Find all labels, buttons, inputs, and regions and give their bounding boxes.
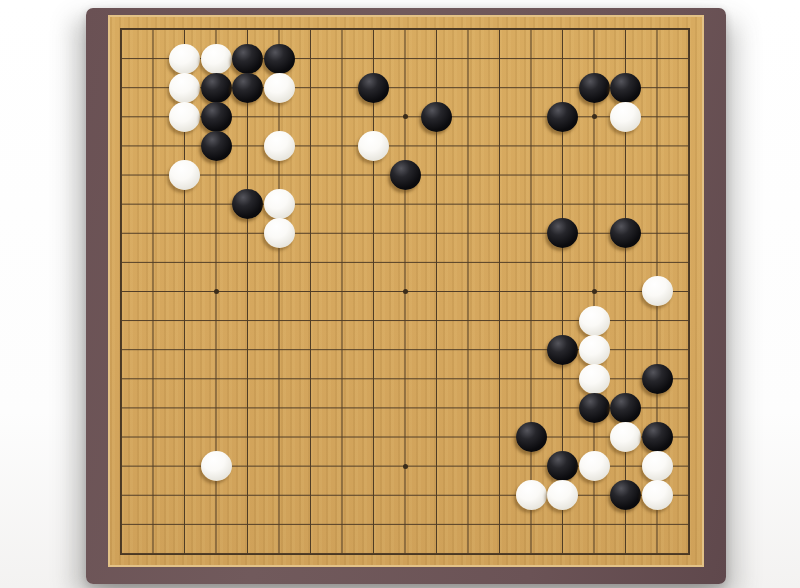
stone-black[interactable]	[232, 44, 263, 74]
star-point	[403, 464, 408, 469]
star-point	[214, 289, 219, 294]
stone-black[interactable]	[201, 131, 232, 161]
stone-white[interactable]	[579, 451, 610, 481]
stone-black[interactable]	[642, 422, 673, 452]
stone-white[interactable]	[642, 480, 673, 510]
stone-black[interactable]	[516, 422, 547, 452]
stone-white[interactable]	[264, 189, 295, 219]
stone-white[interactable]	[201, 451, 232, 481]
stone-white[interactable]	[169, 102, 200, 132]
stone-black[interactable]	[421, 102, 452, 132]
stone-black[interactable]	[358, 73, 389, 103]
star-point	[403, 289, 408, 294]
stone-white[interactable]	[579, 306, 610, 336]
stone-black[interactable]	[547, 451, 578, 481]
stone-black[interactable]	[610, 218, 641, 248]
stone-white[interactable]	[169, 73, 200, 103]
star-point	[403, 114, 408, 119]
stone-black[interactable]	[264, 44, 295, 74]
stone-black[interactable]	[610, 393, 641, 423]
stone-white[interactable]	[642, 451, 673, 481]
stone-white[interactable]	[201, 44, 232, 74]
stone-white[interactable]	[264, 73, 295, 103]
board-grid[interactable]	[120, 28, 690, 555]
star-point	[592, 289, 597, 294]
stone-black[interactable]	[547, 335, 578, 365]
stone-white[interactable]	[610, 102, 641, 132]
stone-black[interactable]	[547, 102, 578, 132]
stone-black[interactable]	[201, 73, 232, 103]
stone-black[interactable]	[579, 73, 610, 103]
stone-white[interactable]	[547, 480, 578, 510]
stone-black[interactable]	[201, 102, 232, 132]
stone-white[interactable]	[642, 276, 673, 306]
stone-black[interactable]	[232, 73, 263, 103]
go-board-photo	[86, 8, 726, 584]
stone-white[interactable]	[358, 131, 389, 161]
stone-black[interactable]	[610, 480, 641, 510]
go-board[interactable]	[108, 15, 704, 567]
stone-white[interactable]	[610, 422, 641, 452]
stone-white[interactable]	[516, 480, 547, 510]
stone-black[interactable]	[642, 364, 673, 394]
stone-white[interactable]	[264, 131, 295, 161]
stone-black[interactable]	[579, 393, 610, 423]
stone-white[interactable]	[264, 218, 295, 248]
stone-white[interactable]	[169, 160, 200, 190]
stone-white[interactable]	[579, 335, 610, 365]
stone-black[interactable]	[547, 218, 578, 248]
stone-white[interactable]	[579, 364, 610, 394]
stone-black[interactable]	[390, 160, 421, 190]
star-point	[592, 114, 597, 119]
stone-black[interactable]	[232, 189, 263, 219]
stone-black[interactable]	[610, 73, 641, 103]
stone-white[interactable]	[169, 44, 200, 74]
